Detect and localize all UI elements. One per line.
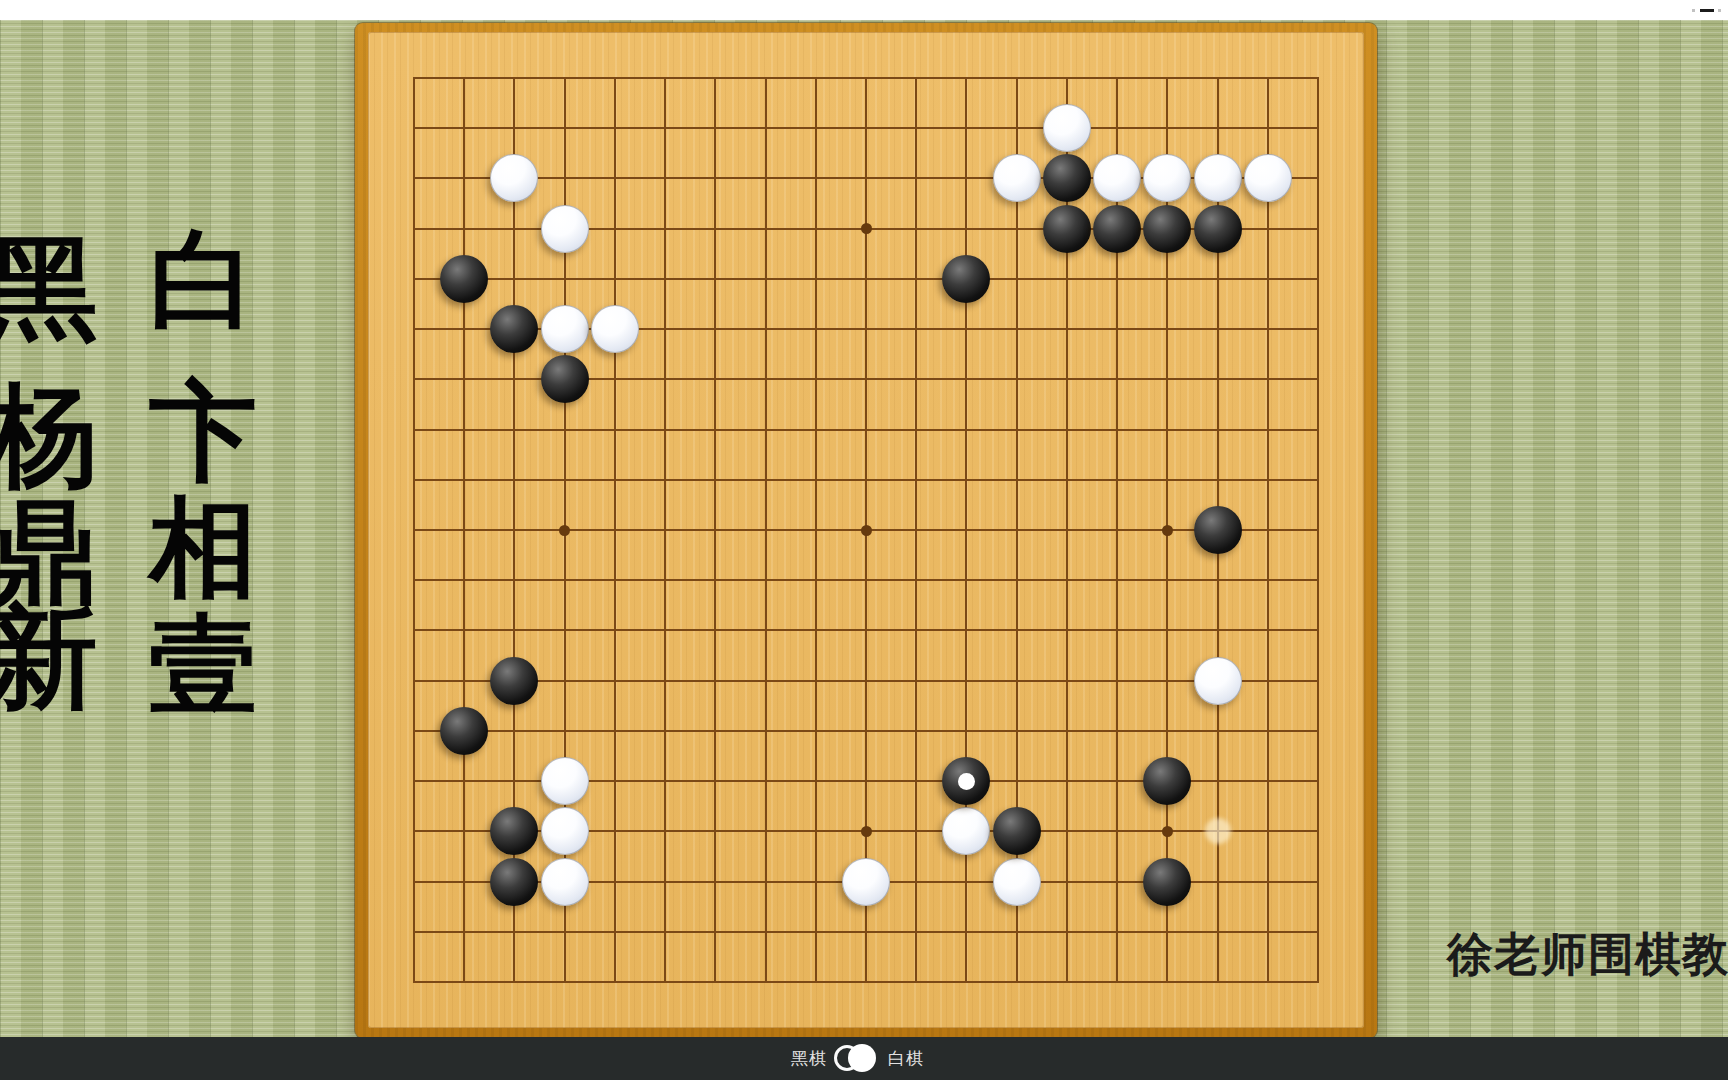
- stone-black-R10[interactable]: [1194, 506, 1242, 554]
- board-field[interactable]: [368, 32, 1364, 1028]
- toggle-white-circle-icon: [848, 1044, 876, 1072]
- stone-white-O18[interactable]: [1043, 104, 1091, 152]
- stone-black-O16[interactable]: [1043, 205, 1091, 253]
- grid-line-horizontal: [413, 931, 1319, 933]
- stone-white-S17[interactable]: [1244, 154, 1292, 202]
- minimize-icon[interactable]: [1700, 9, 1714, 12]
- stone-black-Q3[interactable]: [1143, 858, 1191, 906]
- stone-black-Q16[interactable]: [1143, 205, 1191, 253]
- stone-black-C4[interactable]: [490, 807, 538, 855]
- stone-black-O17[interactable]: [1043, 154, 1091, 202]
- stone-white-D5[interactable]: [541, 757, 589, 805]
- stone-white-E14[interactable]: [591, 305, 639, 353]
- star-point: [1162, 525, 1173, 536]
- stone-white-D16[interactable]: [541, 205, 589, 253]
- stone-white-K3[interactable]: [842, 858, 890, 906]
- stone-black-B15[interactable]: [440, 255, 488, 303]
- last-move-marker: [958, 773, 975, 790]
- white-stones-label[interactable]: 白棋: [888, 1037, 924, 1080]
- grid-line-vertical: [1267, 77, 1269, 983]
- star-point: [861, 525, 872, 536]
- stone-white-R7[interactable]: [1194, 657, 1242, 705]
- player-char: 新: [0, 601, 100, 713]
- stone-white-C17[interactable]: [490, 154, 538, 202]
- grid-line-horizontal: [413, 680, 1319, 682]
- grid-line-horizontal: [413, 730, 1319, 732]
- stone-white-D14[interactable]: [541, 305, 589, 353]
- black-stones-label[interactable]: 黑棋: [791, 1037, 827, 1080]
- go-board: [355, 23, 1377, 1038]
- stone-black-Q5[interactable]: [1143, 757, 1191, 805]
- stone-black-C7[interactable]: [490, 657, 538, 705]
- stone-black-P16[interactable]: [1093, 205, 1141, 253]
- stone-white-N3[interactable]: [993, 858, 1041, 906]
- stone-black-R16[interactable]: [1194, 205, 1242, 253]
- stone-black-D13[interactable]: [541, 355, 589, 403]
- stone-black-M15[interactable]: [942, 255, 990, 303]
- player-char: 卞: [148, 378, 258, 486]
- stone-white-D3[interactable]: [541, 858, 589, 906]
- player-char: 壹: [148, 611, 258, 719]
- stone-black-C14[interactable]: [490, 305, 538, 353]
- star-point: [861, 223, 872, 234]
- window-control-dot-right: [1718, 9, 1721, 12]
- grid-line-horizontal: [413, 981, 1319, 983]
- ghost-stone-R4[interactable]: [1205, 818, 1231, 844]
- player-char: 白: [148, 226, 258, 334]
- stone-white-R17[interactable]: [1194, 154, 1242, 202]
- stone-white-Q17[interactable]: [1143, 154, 1191, 202]
- stone-white-D4[interactable]: [541, 807, 589, 855]
- player-char: 黑: [0, 232, 100, 344]
- grid-line-vertical: [915, 77, 917, 983]
- player-char: 杨: [0, 379, 100, 491]
- stone-white-P17[interactable]: [1093, 154, 1141, 202]
- stone-black-C3[interactable]: [490, 858, 538, 906]
- bottom-bar: 黑棋 白棋: [0, 1037, 1728, 1080]
- stone-color-toggle[interactable]: [834, 1037, 878, 1080]
- player-char: 相: [148, 494, 258, 602]
- stone-white-N17[interactable]: [993, 154, 1041, 202]
- stone-black-N4[interactable]: [993, 807, 1041, 855]
- grid-line-horizontal: [413, 579, 1319, 581]
- grid-line-vertical: [1317, 77, 1319, 983]
- stone-white-M4[interactable]: [942, 807, 990, 855]
- stone-black-M5[interactable]: [942, 757, 990, 805]
- grid-line-horizontal: [413, 629, 1319, 631]
- watermark-text: 徐老师围棋教室: [1447, 924, 1728, 986]
- stone-black-B6[interactable]: [440, 707, 488, 755]
- star-point: [559, 525, 570, 536]
- title-bar: [0, 0, 1728, 20]
- window-control-dot-left: [1692, 9, 1695, 12]
- star-point: [1162, 826, 1173, 837]
- star-point: [861, 826, 872, 837]
